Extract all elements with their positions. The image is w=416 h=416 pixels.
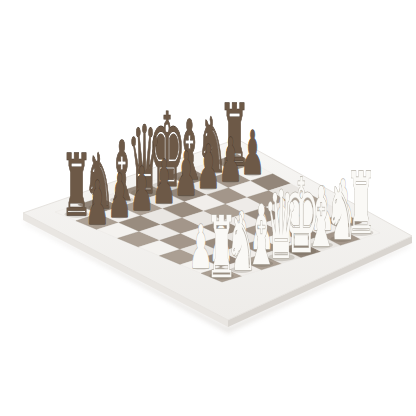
product-photo-scene: ♜♞♟♝♟♚♟♛♟♝♟♞♟♜♟♟♟♟♜♟♞♟♝♟♚♟♛♟♝♟♞♜ [0, 0, 416, 416]
piece-black-pawn-g7: ♟ [218, 126, 242, 196]
piece-black-pawn-b7: ♟ [107, 161, 131, 231]
piece-black-pawn-e7: ♟ [174, 140, 198, 210]
piece-black-pawn-c7: ♟ [130, 154, 154, 224]
piece-black-pawn-h7: ♟ [241, 119, 265, 189]
piece-black-pawn-d7: ♟ [152, 147, 176, 217]
piece-black-pawn-f7: ♟ [196, 133, 220, 203]
piece-black-pawn-a7: ♟ [85, 168, 109, 238]
piece-white-rook-a1: ♜ [206, 198, 237, 296]
chess-board: ♜♞♟♝♟♚♟♛♟♝♟♞♟♜♟♟♟♟♜♟♞♟♝♟♚♟♛♟♝♟♞♜ [0, 0, 416, 416]
